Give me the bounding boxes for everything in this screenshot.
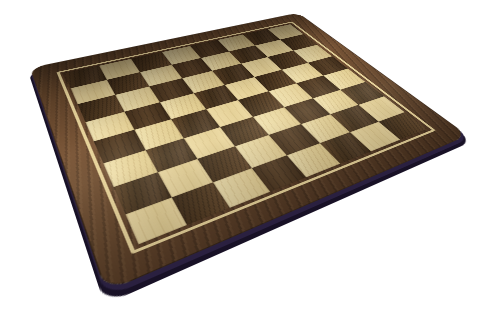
product-photo-canvas (0, 0, 480, 321)
chess-board (30, 13, 468, 292)
